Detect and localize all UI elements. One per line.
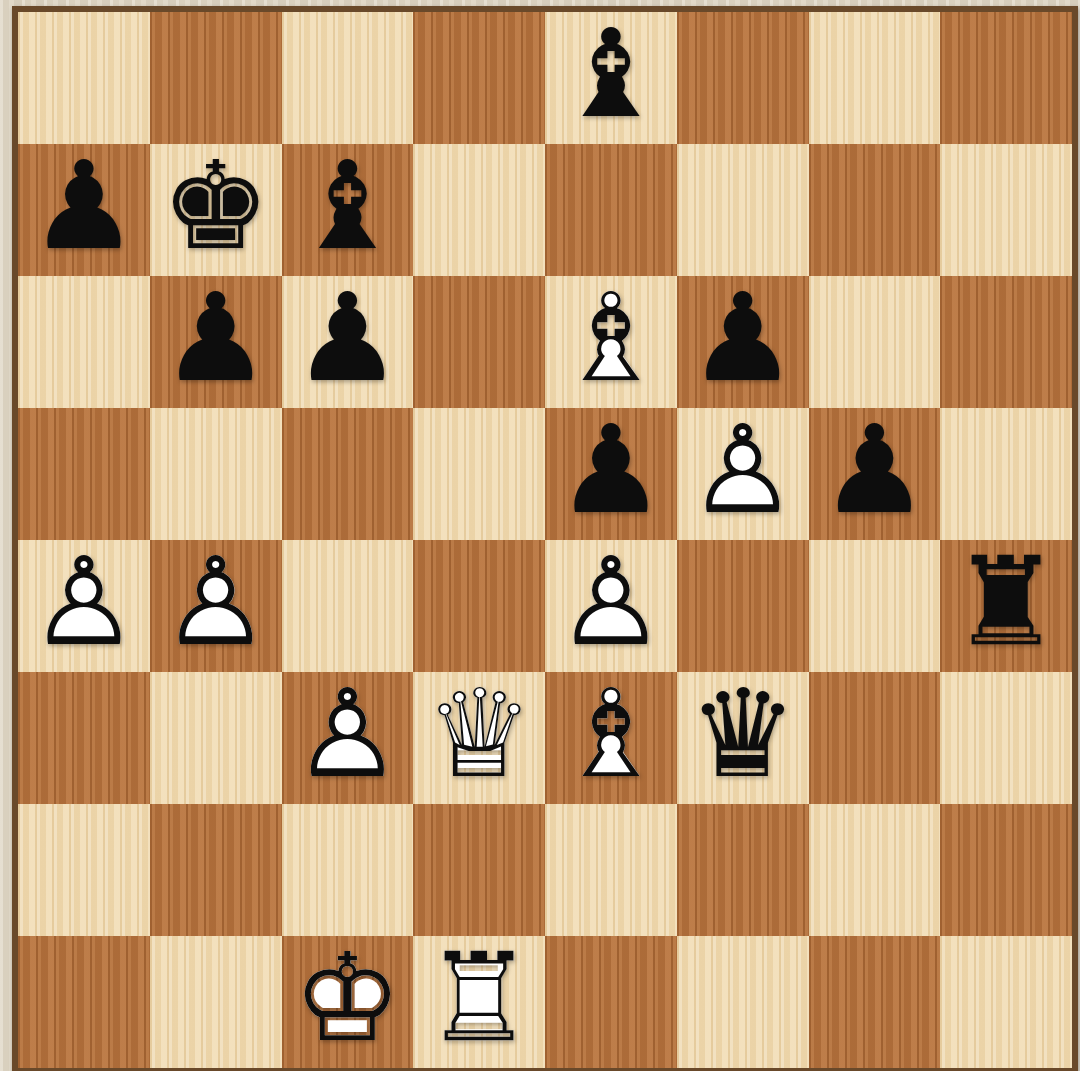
square-f2[interactable]: [677, 804, 809, 936]
square-h3[interactable]: [940, 672, 1072, 804]
board-grid: ♝♟♚♝♟♟♝♗♟♟♟♙♟♟♙♟♙♟♙♜♟♙♛♕♝♗♛♚♔♜♖: [18, 12, 1072, 1068]
square-b5[interactable]: [150, 408, 282, 540]
square-d7[interactable]: [413, 144, 545, 276]
white-bishop[interactable]: ♝♗: [545, 672, 677, 804]
square-g5[interactable]: ♟: [809, 408, 941, 540]
square-h5[interactable]: [940, 408, 1072, 540]
black-bishop-glyph: ♝: [282, 144, 414, 276]
black-rook[interactable]: ♜: [940, 540, 1072, 672]
black-pawn-glyph: ♟: [809, 408, 941, 540]
square-a2[interactable]: [18, 804, 150, 936]
black-pawn-glyph: ♟: [545, 408, 677, 540]
black-pawn-glyph: ♟: [18, 144, 150, 276]
square-e4[interactable]: ♟♙: [545, 540, 677, 672]
black-pawn-glyph: ♟: [150, 276, 282, 408]
white-pawn[interactable]: ♟♙: [150, 540, 282, 672]
black-king[interactable]: ♚: [150, 144, 282, 276]
white-pawn[interactable]: ♟♙: [677, 408, 809, 540]
square-d8[interactable]: [413, 12, 545, 144]
square-f6[interactable]: ♟: [677, 276, 809, 408]
white-pawn-outline: ♙: [545, 540, 677, 672]
white-pawn[interactable]: ♟♙: [18, 540, 150, 672]
square-g3[interactable]: [809, 672, 941, 804]
square-a4[interactable]: ♟♙: [18, 540, 150, 672]
square-f5[interactable]: ♟♙: [677, 408, 809, 540]
square-h2[interactable]: [940, 804, 1072, 936]
square-d1[interactable]: ♜♖: [413, 936, 545, 1068]
black-pawn[interactable]: ♟: [677, 276, 809, 408]
square-b4[interactable]: ♟♙: [150, 540, 282, 672]
black-queen[interactable]: ♛: [677, 672, 809, 804]
square-e1[interactable]: [545, 936, 677, 1068]
white-pawn[interactable]: ♟♙: [545, 540, 677, 672]
white-king[interactable]: ♚♔: [282, 936, 414, 1068]
square-a6[interactable]: [18, 276, 150, 408]
black-pawn-glyph: ♟: [677, 276, 809, 408]
black-pawn[interactable]: ♟: [18, 144, 150, 276]
square-e3[interactable]: ♝♗: [545, 672, 677, 804]
square-c5[interactable]: [282, 408, 414, 540]
square-e5[interactable]: ♟: [545, 408, 677, 540]
square-a5[interactable]: [18, 408, 150, 540]
square-c6[interactable]: ♟: [282, 276, 414, 408]
square-h8[interactable]: [940, 12, 1072, 144]
white-bishop-outline: ♗: [545, 276, 677, 408]
square-f4[interactable]: [677, 540, 809, 672]
square-b2[interactable]: [150, 804, 282, 936]
square-a7[interactable]: ♟: [18, 144, 150, 276]
black-king-glyph: ♚: [150, 144, 282, 276]
square-f1[interactable]: [677, 936, 809, 1068]
black-pawn[interactable]: ♟: [545, 408, 677, 540]
square-b7[interactable]: ♚: [150, 144, 282, 276]
page-background: { "game": { "name": "chess", "position":…: [0, 0, 1080, 1071]
white-king-outline: ♔: [282, 936, 414, 1068]
square-g2[interactable]: [809, 804, 941, 936]
square-b8[interactable]: [150, 12, 282, 144]
square-d6[interactable]: [413, 276, 545, 408]
white-pawn-outline: ♙: [18, 540, 150, 672]
chess-board: ♝♟♚♝♟♟♝♗♟♟♟♙♟♟♙♟♙♟♙♜♟♙♛♕♝♗♛♚♔♜♖: [12, 6, 1078, 1071]
square-g1[interactable]: [809, 936, 941, 1068]
black-bishop-glyph: ♝: [545, 12, 677, 144]
square-c1[interactable]: ♚♔: [282, 936, 414, 1068]
white-bishop[interactable]: ♝♗: [545, 276, 677, 408]
square-a3[interactable]: [18, 672, 150, 804]
square-d4[interactable]: [413, 540, 545, 672]
square-e2[interactable]: [545, 804, 677, 936]
black-rook-glyph: ♜: [940, 540, 1072, 672]
square-f7[interactable]: [677, 144, 809, 276]
square-d5[interactable]: [413, 408, 545, 540]
white-pawn[interactable]: ♟♙: [282, 672, 414, 804]
square-g6[interactable]: [809, 276, 941, 408]
square-d2[interactable]: [413, 804, 545, 936]
square-e8[interactable]: ♝: [545, 12, 677, 144]
white-queen-outline: ♕: [413, 672, 545, 804]
square-e7[interactable]: [545, 144, 677, 276]
square-h7[interactable]: [940, 144, 1072, 276]
square-b1[interactable]: [150, 936, 282, 1068]
square-c8[interactable]: [282, 12, 414, 144]
square-h1[interactable]: [940, 936, 1072, 1068]
square-a8[interactable]: [18, 12, 150, 144]
black-bishop[interactable]: ♝: [545, 12, 677, 144]
white-queen[interactable]: ♛♕: [413, 672, 545, 804]
square-a1[interactable]: [18, 936, 150, 1068]
square-g4[interactable]: [809, 540, 941, 672]
white-rook-outline: ♖: [413, 936, 545, 1068]
black-pawn[interactable]: ♟: [150, 276, 282, 408]
white-pawn-outline: ♙: [282, 672, 414, 804]
black-queen-glyph: ♛: [677, 672, 809, 804]
square-d3[interactable]: ♛♕: [413, 672, 545, 804]
square-c4[interactable]: [282, 540, 414, 672]
white-pawn-outline: ♙: [150, 540, 282, 672]
square-h4[interactable]: ♜: [940, 540, 1072, 672]
square-b6[interactable]: ♟: [150, 276, 282, 408]
square-e6[interactable]: ♝♗: [545, 276, 677, 408]
white-pawn-outline: ♙: [677, 408, 809, 540]
square-b3[interactable]: [150, 672, 282, 804]
square-g8[interactable]: [809, 12, 941, 144]
white-rook[interactable]: ♜♖: [413, 936, 545, 1068]
black-pawn[interactable]: ♟: [282, 276, 414, 408]
square-c7[interactable]: ♝: [282, 144, 414, 276]
square-c2[interactable]: [282, 804, 414, 936]
black-pawn[interactable]: ♟: [809, 408, 941, 540]
square-g7[interactable]: [809, 144, 941, 276]
white-bishop-outline: ♗: [545, 672, 677, 804]
black-bishop[interactable]: ♝: [282, 144, 414, 276]
square-h6[interactable]: [940, 276, 1072, 408]
black-pawn-glyph: ♟: [282, 276, 414, 408]
square-f3[interactable]: ♛: [677, 672, 809, 804]
square-f8[interactable]: [677, 12, 809, 144]
square-c3[interactable]: ♟♙: [282, 672, 414, 804]
